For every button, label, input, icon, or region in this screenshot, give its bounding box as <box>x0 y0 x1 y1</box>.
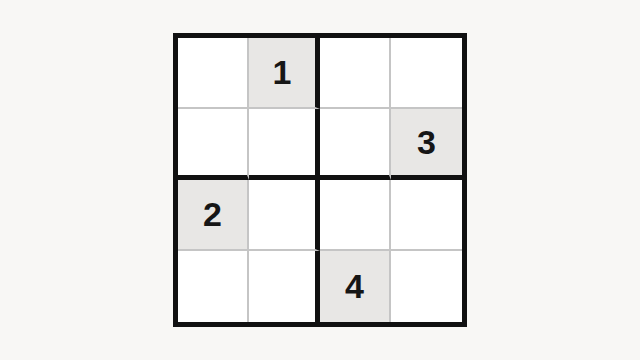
cell-r3c4[interactable] <box>391 180 462 251</box>
cell-r3c2[interactable] <box>249 180 320 251</box>
cell-r1c3[interactable] <box>320 38 391 109</box>
cell-r4c1[interactable] <box>178 251 249 322</box>
cell-r4c4[interactable] <box>391 251 462 322</box>
cell-r1c1[interactable] <box>178 38 249 109</box>
page: 1324 <box>0 0 640 360</box>
cell-r2c3[interactable] <box>320 109 391 180</box>
cell-r2c1[interactable] <box>178 109 249 180</box>
cell-r1c2[interactable]: 1 <box>249 38 320 109</box>
cell-r4c3[interactable]: 4 <box>320 251 391 322</box>
sudoku-board: 1324 <box>173 33 467 327</box>
cell-r2c2[interactable] <box>249 109 320 180</box>
cell-r4c2[interactable] <box>249 251 320 322</box>
cell-r2c4[interactable]: 3 <box>391 109 462 180</box>
cell-r3c3[interactable] <box>320 180 391 251</box>
cell-r1c4[interactable] <box>391 38 462 109</box>
cell-r3c1[interactable]: 2 <box>178 180 249 251</box>
